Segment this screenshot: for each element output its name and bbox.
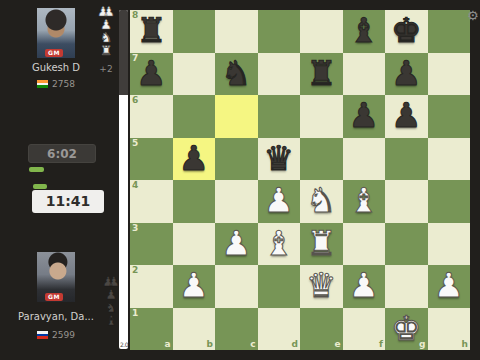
square-f7[interactable] bbox=[343, 53, 386, 96]
evaluation-bar: 2.0 bbox=[119, 10, 128, 349]
captured-white-pieces-row: ♜ bbox=[94, 44, 118, 57]
square-b7[interactable] bbox=[173, 53, 216, 96]
evaluation-score: 2.0 bbox=[119, 341, 128, 348]
player-rating-row-bottom: 2599 bbox=[11, 330, 101, 340]
clock-top: 6:02 bbox=[28, 144, 96, 163]
square-e5[interactable] bbox=[300, 138, 343, 181]
square-a3[interactable]: 3 bbox=[130, 223, 173, 266]
player-rating-top: 2758 bbox=[52, 79, 75, 89]
black-pawn[interactable]: ♟ bbox=[391, 98, 421, 132]
white-bishop[interactable]: ♝ bbox=[349, 183, 379, 217]
white-king[interactable]: ♚ bbox=[391, 311, 421, 345]
square-g4[interactable] bbox=[385, 180, 428, 223]
square-g6[interactable]: ♟ bbox=[385, 95, 428, 138]
square-c5[interactable] bbox=[215, 138, 258, 181]
square-c7[interactable]: ♞ bbox=[215, 53, 258, 96]
square-b1[interactable]: b bbox=[173, 308, 216, 351]
square-d2[interactable] bbox=[258, 265, 301, 308]
square-f5[interactable] bbox=[343, 138, 386, 181]
white-queen[interactable]: ♛ bbox=[306, 268, 336, 302]
player-name-top[interactable]: Gukesh D bbox=[11, 62, 101, 73]
title-badge: GM bbox=[45, 293, 63, 301]
timer-bar-top bbox=[29, 167, 44, 172]
square-g7[interactable]: ♟ bbox=[385, 53, 428, 96]
white-pawn[interactable]: ♟ bbox=[434, 268, 464, 302]
square-a4[interactable]: 4 bbox=[130, 180, 173, 223]
square-d8[interactable] bbox=[258, 10, 301, 53]
rank-label: 5 bbox=[132, 139, 138, 148]
black-king[interactable]: ♚ bbox=[391, 13, 421, 47]
square-a1[interactable]: 1a bbox=[130, 308, 173, 351]
square-d4[interactable]: ♟ bbox=[258, 180, 301, 223]
rank-label: 2 bbox=[132, 266, 138, 275]
black-pawn[interactable]: ♟ bbox=[391, 56, 421, 90]
square-f6[interactable]: ♟ bbox=[343, 95, 386, 138]
square-c8[interactable] bbox=[215, 10, 258, 53]
square-h2[interactable]: ♟ bbox=[428, 265, 471, 308]
player-avatar-bottom[interactable]: GM bbox=[37, 252, 75, 302]
square-a7[interactable]: 7♟ bbox=[130, 53, 173, 96]
square-b5[interactable]: ♟ bbox=[173, 138, 216, 181]
black-pawn[interactable]: ♟ bbox=[136, 56, 166, 90]
square-g3[interactable] bbox=[385, 223, 428, 266]
chess-board[interactable]: 8♜♝♚7♟♞♜♟6♟♟5♟♛4♟♞♝3♟♝♜2♟♛♟♟1abcdefg♚h bbox=[130, 10, 470, 350]
square-d7[interactable] bbox=[258, 53, 301, 96]
white-pawn[interactable]: ♟ bbox=[179, 268, 209, 302]
captured-pieces-top: ♟♟♟♞♜ bbox=[94, 5, 118, 57]
square-b4[interactable] bbox=[173, 180, 216, 223]
square-e4[interactable]: ♞ bbox=[300, 180, 343, 223]
square-h8[interactable] bbox=[428, 10, 471, 53]
square-a5[interactable]: 5 bbox=[130, 138, 173, 181]
player-avatar-top[interactable]: GM bbox=[37, 8, 75, 58]
square-e3[interactable]: ♜ bbox=[300, 223, 343, 266]
square-e1[interactable]: e bbox=[300, 308, 343, 351]
square-b6[interactable] bbox=[173, 95, 216, 138]
square-g1[interactable]: g♚ bbox=[385, 308, 428, 351]
russia-flag-icon bbox=[37, 331, 48, 339]
square-f1[interactable]: f bbox=[343, 308, 386, 351]
square-e7[interactable]: ♜ bbox=[300, 53, 343, 96]
clock-bottom: 11:41 bbox=[32, 190, 104, 213]
square-b3[interactable] bbox=[173, 223, 216, 266]
square-f4[interactable]: ♝ bbox=[343, 180, 386, 223]
square-c3[interactable]: ♟ bbox=[215, 223, 258, 266]
square-h4[interactable] bbox=[428, 180, 471, 223]
title-badge: GM bbox=[45, 49, 63, 57]
square-a8[interactable]: 8♜ bbox=[130, 10, 173, 53]
square-a6[interactable]: 6 bbox=[130, 95, 173, 138]
square-h7[interactable] bbox=[428, 53, 471, 96]
file-label: d bbox=[292, 340, 298, 349]
file-label: a bbox=[164, 340, 170, 349]
game-window: GM Gukesh D 2758 ♟♟♟♞♜ +2 6:02 11:41 GM … bbox=[0, 0, 480, 360]
file-label: c bbox=[250, 340, 255, 349]
square-f2[interactable]: ♟ bbox=[343, 265, 386, 308]
rank-label: 4 bbox=[132, 181, 138, 190]
timer-bar-bottom bbox=[33, 184, 47, 189]
player-rating-row-top: 2758 bbox=[11, 79, 101, 89]
square-f8[interactable]: ♝ bbox=[343, 10, 386, 53]
rank-label: 6 bbox=[132, 96, 138, 105]
white-pawn[interactable]: ♟ bbox=[221, 226, 251, 260]
white-knight[interactable]: ♞ bbox=[306, 183, 336, 217]
white-pawn[interactable]: ♟ bbox=[349, 268, 379, 302]
black-rook[interactable]: ♜ bbox=[306, 56, 336, 90]
file-label: e bbox=[334, 340, 340, 349]
square-c2[interactable] bbox=[215, 265, 258, 308]
square-e2[interactable]: ♛ bbox=[300, 265, 343, 308]
square-d5[interactable]: ♛ bbox=[258, 138, 301, 181]
square-a2[interactable]: 2 bbox=[130, 265, 173, 308]
evaluation-bar-black-portion bbox=[119, 10, 128, 95]
square-d3[interactable]: ♝ bbox=[258, 223, 301, 266]
black-knight[interactable]: ♞ bbox=[221, 56, 251, 90]
square-e8[interactable] bbox=[300, 10, 343, 53]
square-h1[interactable]: h bbox=[428, 308, 471, 351]
square-f3[interactable] bbox=[343, 223, 386, 266]
square-c6[interactable] bbox=[215, 95, 258, 138]
square-e6[interactable] bbox=[300, 95, 343, 138]
square-h5[interactable] bbox=[428, 138, 471, 181]
file-label: f bbox=[379, 340, 383, 349]
square-g5[interactable] bbox=[385, 138, 428, 181]
square-b2[interactable]: ♟ bbox=[173, 265, 216, 308]
black-pawn[interactable]: ♟ bbox=[349, 98, 379, 132]
square-b8[interactable] bbox=[173, 10, 216, 53]
square-h3[interactable] bbox=[428, 223, 471, 266]
black-bishop[interactable]: ♝ bbox=[349, 13, 379, 47]
black-rook[interactable]: ♜ bbox=[136, 13, 166, 47]
square-g8[interactable]: ♚ bbox=[385, 10, 428, 53]
black-pawn[interactable]: ♟ bbox=[179, 141, 209, 175]
black-queen[interactable]: ♛ bbox=[264, 141, 294, 175]
rank-label: 3 bbox=[132, 224, 138, 233]
white-rook[interactable]: ♜ bbox=[306, 226, 336, 260]
rank-label: 1 bbox=[132, 309, 138, 318]
player-rating-bottom: 2599 bbox=[52, 330, 75, 340]
player-name-bottom[interactable]: Paravyan, Da... bbox=[11, 311, 101, 322]
white-bishop[interactable]: ♝ bbox=[264, 226, 294, 260]
settings-gear-icon[interactable]: ⚙ bbox=[467, 9, 479, 22]
square-h6[interactable] bbox=[428, 95, 471, 138]
square-g2[interactable] bbox=[385, 265, 428, 308]
material-advantage: +2 bbox=[94, 64, 118, 74]
square-c1[interactable]: c bbox=[215, 308, 258, 351]
file-label: b bbox=[207, 340, 213, 349]
square-c4[interactable] bbox=[215, 180, 258, 223]
square-d6[interactable] bbox=[258, 95, 301, 138]
india-flag-icon bbox=[37, 80, 48, 88]
file-label: h bbox=[462, 340, 468, 349]
white-pawn[interactable]: ♟ bbox=[264, 183, 294, 217]
square-d1[interactable]: d bbox=[258, 308, 301, 351]
